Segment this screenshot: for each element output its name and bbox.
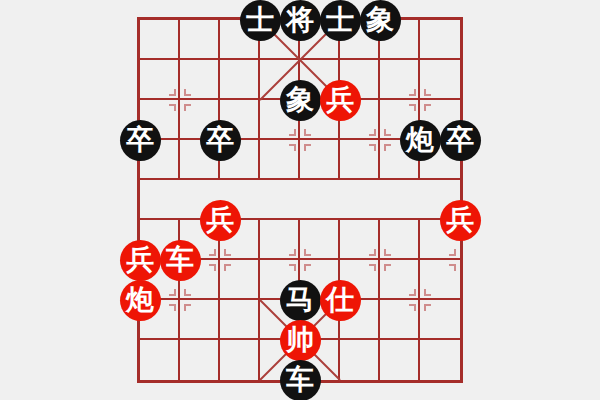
point-marker bbox=[384, 249, 391, 256]
point-marker bbox=[369, 249, 376, 256]
point-marker bbox=[209, 264, 216, 271]
point-marker bbox=[184, 289, 191, 296]
point-marker bbox=[369, 264, 376, 271]
piece-black-cannon[interactable]: 炮 bbox=[400, 120, 441, 161]
point-marker bbox=[169, 89, 176, 96]
piece-black-soldier[interactable]: 卒 bbox=[200, 120, 241, 161]
point-marker bbox=[409, 289, 416, 296]
point-marker bbox=[384, 264, 391, 271]
piece-black-horse[interactable]: 马 bbox=[280, 280, 321, 321]
point-marker bbox=[184, 104, 191, 111]
piece-red-soldier[interactable]: 兵 bbox=[120, 240, 161, 281]
point-marker bbox=[424, 289, 431, 296]
point-marker bbox=[304, 264, 311, 271]
point-marker bbox=[304, 129, 311, 136]
piece-black-chariot[interactable]: 车 bbox=[280, 360, 321, 400]
point-marker bbox=[289, 144, 296, 151]
piece-black-soldier[interactable]: 卒 bbox=[440, 120, 481, 161]
piece-red-advisor[interactable]: 仕 bbox=[320, 280, 361, 321]
point-marker bbox=[384, 144, 391, 151]
point-marker bbox=[369, 129, 376, 136]
piece-red-soldier[interactable]: 兵 bbox=[320, 80, 361, 121]
point-marker bbox=[424, 89, 431, 96]
piece-red-cannon[interactable]: 炮 bbox=[120, 280, 161, 321]
point-marker bbox=[409, 89, 416, 96]
piece-black-elephant[interactable]: 象 bbox=[280, 80, 321, 121]
piece-red-chariot[interactable]: 车 bbox=[160, 240, 201, 281]
piece-black-elephant[interactable]: 象 bbox=[360, 0, 401, 41]
point-marker bbox=[224, 264, 231, 271]
point-marker bbox=[304, 144, 311, 151]
piece-black-advisor[interactable]: 士 bbox=[320, 0, 361, 41]
piece-black-general[interactable]: 将 bbox=[280, 0, 321, 41]
point-marker bbox=[424, 104, 431, 111]
point-marker bbox=[409, 104, 416, 111]
point-marker bbox=[449, 264, 456, 271]
point-marker bbox=[224, 249, 231, 256]
piece-black-advisor[interactable]: 士 bbox=[240, 0, 281, 41]
point-marker bbox=[409, 304, 416, 311]
piece-red-soldier[interactable]: 兵 bbox=[200, 200, 241, 241]
point-marker bbox=[384, 129, 391, 136]
point-marker bbox=[289, 249, 296, 256]
point-marker bbox=[169, 304, 176, 311]
piece-red-soldier[interactable]: 兵 bbox=[440, 200, 481, 241]
point-marker bbox=[184, 89, 191, 96]
point-marker bbox=[289, 129, 296, 136]
point-marker bbox=[424, 304, 431, 311]
point-marker bbox=[289, 264, 296, 271]
point-marker bbox=[369, 144, 376, 151]
xiangqi-screenshot: 士将士象象兵卒卒炮卒兵兵兵车炮马仕帅车 bbox=[0, 0, 600, 400]
point-marker bbox=[169, 104, 176, 111]
point-marker bbox=[304, 249, 311, 256]
point-marker bbox=[449, 249, 456, 256]
piece-red-general[interactable]: 帅 bbox=[280, 320, 321, 361]
xiangqi-board[interactable]: 士将士象象兵卒卒炮卒兵兵兵车炮马仕帅车 bbox=[0, 0, 600, 400]
point-marker bbox=[184, 304, 191, 311]
point-marker bbox=[209, 249, 216, 256]
piece-black-soldier[interactable]: 卒 bbox=[120, 120, 161, 161]
point-marker bbox=[169, 289, 176, 296]
